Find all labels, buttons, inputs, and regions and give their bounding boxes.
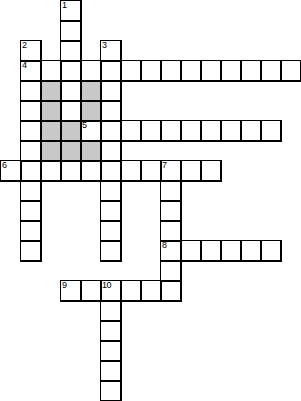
cell-border	[140, 160, 162, 182]
cell-border	[60, 120, 82, 142]
cell-border	[20, 120, 42, 142]
cell-border	[160, 200, 182, 222]
cell-border	[100, 100, 122, 122]
clue-number-8: 8	[162, 241, 167, 250]
cell-border	[100, 360, 122, 382]
clue-number-9: 9	[62, 281, 67, 290]
cell-border	[60, 40, 82, 62]
cell-border: 1	[60, 0, 82, 22]
cell-border	[100, 340, 122, 362]
cell-border	[120, 280, 142, 302]
cell-border	[180, 120, 202, 142]
cell-border	[240, 60, 262, 82]
cell-border	[160, 280, 182, 302]
cell-border	[100, 320, 122, 342]
cell-border	[80, 280, 102, 302]
clue-number-4: 4	[22, 61, 27, 70]
cell-border	[200, 60, 222, 82]
cell-border	[180, 240, 202, 262]
cell-border	[80, 100, 102, 122]
cell-border	[80, 160, 102, 182]
clue-number-2: 2	[22, 41, 27, 50]
cell-border	[60, 80, 82, 102]
cell-border	[120, 120, 142, 142]
cell-border	[180, 160, 202, 182]
cell-border	[140, 60, 162, 82]
cell-border: 4	[20, 60, 42, 82]
cell-border	[200, 160, 222, 182]
cell-border	[140, 120, 162, 142]
cell-border	[60, 160, 82, 182]
cell-border	[140, 280, 162, 302]
crossword-grid: 12345678910	[0, 0, 301, 401]
cell-border	[60, 60, 82, 82]
cell-border	[200, 240, 222, 262]
cell-border	[120, 60, 142, 82]
cell-border	[40, 120, 62, 142]
cell-border	[40, 160, 62, 182]
cell-border	[180, 60, 202, 82]
cell-border: 3	[100, 40, 122, 62]
cell-border	[200, 120, 222, 142]
cell-border	[260, 60, 282, 82]
cell-border	[20, 220, 42, 242]
cell-border	[100, 180, 122, 202]
clue-number-5: 5	[82, 121, 87, 130]
cell-border	[20, 80, 42, 102]
cell-border	[100, 380, 122, 401]
cell-border	[240, 120, 262, 142]
cell-border	[40, 80, 62, 102]
cell-border	[60, 140, 82, 162]
cell-border	[80, 80, 102, 102]
cell-border: 6	[0, 160, 22, 182]
cell-border	[160, 120, 182, 142]
cell-border	[160, 220, 182, 242]
cell-border	[160, 180, 182, 202]
cell-border	[20, 240, 42, 262]
cell-border	[80, 140, 102, 162]
cell-border	[100, 140, 122, 162]
cell-border	[40, 140, 62, 162]
cell-border	[20, 200, 42, 222]
clue-number-10: 10	[102, 281, 111, 290]
cell-border	[220, 60, 242, 82]
cell-border	[220, 120, 242, 142]
cell-border	[100, 300, 122, 322]
cell-border: 10	[100, 280, 122, 302]
cell-border: 9	[60, 280, 82, 302]
cell-border	[100, 120, 122, 142]
cell-border	[120, 160, 142, 182]
cell-border	[100, 240, 122, 262]
clue-number-6: 6	[2, 161, 7, 170]
cell-border	[100, 220, 122, 242]
cell-border	[20, 160, 42, 182]
cell-border	[60, 100, 82, 122]
cell-border	[20, 140, 42, 162]
cell-border	[100, 80, 122, 102]
cell-border: 7	[160, 160, 182, 182]
cell-border	[260, 120, 282, 142]
cell-border	[60, 20, 82, 42]
cell-border	[100, 60, 122, 82]
cell-border: 2	[20, 40, 42, 62]
cell-border	[20, 100, 42, 122]
cell-border	[100, 160, 122, 182]
cell-border	[40, 60, 62, 82]
cell-border	[260, 240, 282, 262]
cell-border	[160, 260, 182, 282]
cell-border	[40, 100, 62, 122]
clue-number-3: 3	[102, 41, 107, 50]
clue-number-1: 1	[62, 1, 67, 10]
cell-border: 5	[80, 120, 102, 142]
cell-border: 8	[160, 240, 182, 262]
cell-border	[220, 240, 242, 262]
cell-border	[240, 240, 262, 262]
cell-border	[20, 180, 42, 202]
cell-border	[280, 60, 301, 82]
cell-border	[100, 200, 122, 222]
clue-number-7: 7	[162, 161, 167, 170]
cell-border	[80, 60, 102, 82]
cell-border	[160, 60, 182, 82]
